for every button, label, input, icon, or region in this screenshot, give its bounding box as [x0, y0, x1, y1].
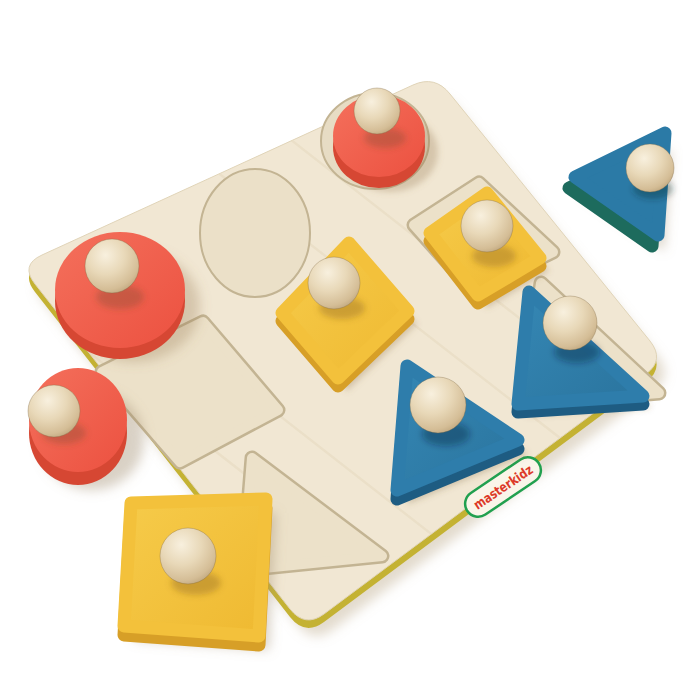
- wooden-knob[interactable]: [160, 528, 216, 584]
- circle-slot-empty: [200, 169, 310, 297]
- wooden-knob[interactable]: [85, 239, 139, 293]
- puzzle-scene: masterkidz: [0, 0, 700, 700]
- wooden-knob[interactable]: [461, 200, 513, 252]
- piece-blue-triangle-off-board[interactable]: [569, 133, 674, 251]
- product-photo-shape-puzzle: masterkidz: [0, 0, 700, 700]
- wooden-knob[interactable]: [543, 296, 597, 350]
- wooden-knob[interactable]: [626, 144, 674, 192]
- wooden-knob[interactable]: [410, 377, 466, 433]
- piece-yellow-square-off-board[interactable]: [124, 499, 276, 650]
- wooden-knob[interactable]: [354, 88, 400, 134]
- wooden-knob[interactable]: [308, 257, 360, 309]
- wooden-knob[interactable]: [28, 385, 80, 437]
